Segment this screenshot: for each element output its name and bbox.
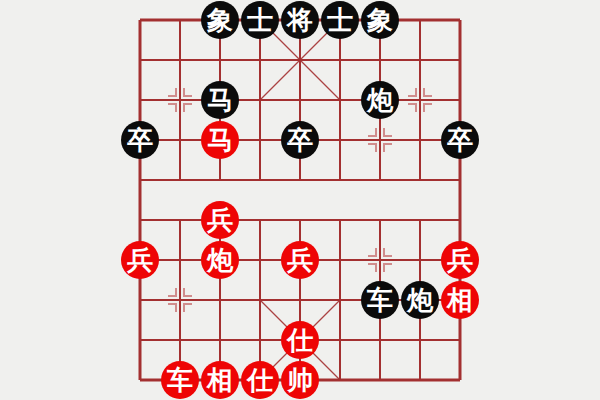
black-elephant[interactable]: 象 [201,1,239,39]
red-soldier[interactable]: 兵 [441,241,479,279]
black-soldier[interactable]: 卒 [441,121,479,159]
red-soldier[interactable]: 兵 [281,241,319,279]
xiangqi-board[interactable]: 象士将士象马炮卒马卒卒兵兵炮兵兵车炮相仕车相仕帅 [0,0,600,400]
black-chariot[interactable]: 车 [361,281,399,319]
black-cannon[interactable]: 炮 [361,81,399,119]
piece-layer[interactable]: 象士将士象马炮卒马卒卒兵兵炮兵兵车炮相仕车相仕帅 [120,0,480,400]
red-elephant[interactable]: 相 [201,361,239,399]
red-horse[interactable]: 马 [201,121,239,159]
black-horse[interactable]: 马 [201,81,239,119]
red-elephant[interactable]: 相 [441,281,479,319]
red-advisor[interactable]: 仕 [241,361,279,399]
black-advisor[interactable]: 士 [241,1,279,39]
red-soldier[interactable]: 兵 [121,241,159,279]
black-cannon[interactable]: 炮 [401,281,439,319]
red-advisor[interactable]: 仕 [281,321,319,359]
black-soldier[interactable]: 卒 [281,121,319,159]
red-soldier[interactable]: 兵 [201,201,239,239]
red-cannon[interactable]: 炮 [201,241,239,279]
black-soldier[interactable]: 卒 [121,121,159,159]
black-general[interactable]: 将 [281,1,319,39]
black-advisor[interactable]: 士 [321,1,359,39]
black-elephant[interactable]: 象 [361,1,399,39]
red-general[interactable]: 帅 [281,361,319,399]
red-chariot[interactable]: 车 [161,361,199,399]
